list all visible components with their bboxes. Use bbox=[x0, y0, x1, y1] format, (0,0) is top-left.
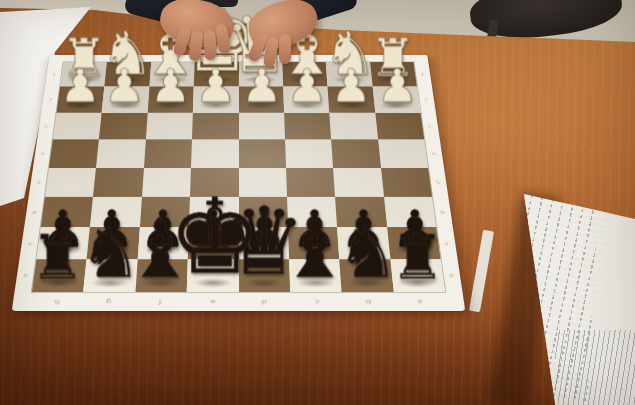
square-d2[interactable]: ♟ bbox=[239, 87, 284, 113]
file-label-e: e bbox=[210, 298, 216, 305]
square-h2[interactable]: ♟ bbox=[57, 87, 105, 113]
piece-white-pawn-d2[interactable]: ♟ bbox=[241, 65, 282, 109]
square-f3[interactable] bbox=[146, 113, 193, 140]
square-b4[interactable] bbox=[331, 140, 380, 168]
piece-white-pawn-a2[interactable]: ♟ bbox=[377, 65, 418, 109]
finger bbox=[279, 34, 291, 64]
square-f8[interactable]: ♝ bbox=[135, 259, 188, 292]
square-g5[interactable] bbox=[93, 168, 143, 197]
rank-label-8: 8 bbox=[449, 273, 455, 279]
rank-label-4: 4 bbox=[431, 151, 436, 156]
square-a8[interactable]: ♜ bbox=[390, 259, 445, 292]
rank-label-3: 3 bbox=[44, 124, 49, 129]
square-a2[interactable]: ♟ bbox=[372, 87, 420, 113]
square-b3[interactable] bbox=[329, 113, 377, 140]
file-label-b: b bbox=[365, 298, 371, 305]
rank-label-1: 1 bbox=[52, 72, 57, 76]
chess-board: ♜♞♝♚♛♝♞♜♟♟♟♟♟♟♟♟♟♟♟♟♟♟♟♟♜♞♝♚♛♝♞♜ bbox=[32, 62, 445, 292]
square-e3[interactable] bbox=[192, 113, 238, 140]
rank-label-5: 5 bbox=[435, 179, 440, 184]
file-label-c: c bbox=[314, 298, 319, 305]
square-a3[interactable] bbox=[375, 113, 424, 140]
piece-black-bishop-c8[interactable]: ♝ bbox=[279, 212, 349, 286]
square-g2[interactable]: ♟ bbox=[102, 87, 149, 113]
piece-white-pawn-e2[interactable]: ♟ bbox=[195, 65, 236, 109]
piece-white-pawn-b2[interactable]: ♟ bbox=[330, 65, 371, 109]
file-label-h: h bbox=[53, 298, 59, 305]
square-g3[interactable] bbox=[99, 113, 147, 140]
square-f4[interactable] bbox=[144, 140, 192, 168]
piece-white-pawn-g2[interactable]: ♟ bbox=[104, 65, 145, 109]
piece-white-pawn-f2[interactable]: ♟ bbox=[150, 65, 191, 109]
piece-white-pawn-h2[interactable]: ♟ bbox=[59, 65, 100, 109]
file-label-f: f bbox=[159, 298, 162, 305]
piece-black-bishop-f8[interactable]: ♝ bbox=[126, 212, 196, 286]
file-label-g: g bbox=[106, 298, 112, 305]
rank-label-5: 5 bbox=[36, 179, 41, 184]
square-a4[interactable] bbox=[378, 140, 428, 168]
square-c4[interactable] bbox=[285, 140, 333, 168]
piece-white-pawn-c2[interactable]: ♟ bbox=[286, 65, 327, 109]
square-a5[interactable] bbox=[381, 168, 432, 197]
square-b2[interactable]: ♟ bbox=[328, 87, 375, 113]
square-d3[interactable] bbox=[239, 113, 285, 140]
square-h4[interactable] bbox=[49, 140, 99, 168]
square-c3[interactable] bbox=[284, 113, 331, 140]
square-e4[interactable] bbox=[191, 140, 238, 168]
file-label-a: a bbox=[417, 298, 423, 305]
rank-label-2: 2 bbox=[424, 97, 429, 101]
photo-scene: ♜♞♝♚♛♝♞♜♟♟♟♟♟♟♟♟♟♟♟♟♟♟♟♟♜♞♝♚♛♝♞♜ hgfedcb… bbox=[0, 0, 635, 405]
square-f2[interactable]: ♟ bbox=[148, 87, 194, 113]
rank-label-1: 1 bbox=[420, 72, 425, 76]
square-h5[interactable] bbox=[45, 168, 96, 197]
square-c8[interactable]: ♝ bbox=[289, 259, 342, 292]
chess-mat: ♜♞♝♚♛♝♞♜♟♟♟♟♟♟♟♟♟♟♟♟♟♟♟♟♜♞♝♚♛♝♞♜ hgfedcb… bbox=[12, 55, 466, 311]
file-label-d: d bbox=[262, 298, 268, 305]
square-h8[interactable]: ♜ bbox=[32, 259, 87, 292]
finger bbox=[203, 30, 216, 60]
rank-label-6: 6 bbox=[32, 209, 37, 214]
piece-black-rook-h8[interactable]: ♜ bbox=[30, 229, 85, 287]
rank-label-3: 3 bbox=[428, 124, 433, 129]
square-e2[interactable]: ♟ bbox=[193, 87, 238, 113]
rank-label-6: 6 bbox=[440, 209, 445, 214]
square-g4[interactable] bbox=[96, 140, 145, 168]
rank-label-4: 4 bbox=[40, 151, 45, 156]
square-h3[interactable] bbox=[53, 113, 102, 140]
rank-label-2: 2 bbox=[48, 97, 53, 101]
square-d4[interactable] bbox=[239, 140, 286, 168]
square-b5[interactable] bbox=[333, 168, 383, 197]
rank-label-8: 8 bbox=[23, 273, 29, 279]
square-c2[interactable]: ♟ bbox=[283, 87, 329, 113]
scoresheet-dense-lines bbox=[555, 330, 635, 405]
piece-black-rook-a8[interactable]: ♜ bbox=[391, 229, 446, 287]
